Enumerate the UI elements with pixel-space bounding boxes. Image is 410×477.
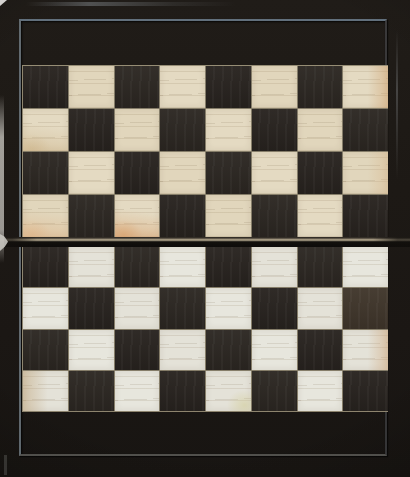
- square-r2c7[interactable]: [298, 109, 343, 151]
- square-r2c1[interactable]: [23, 109, 68, 151]
- square-r1c8[interactable]: [343, 66, 388, 108]
- board-bottom-half: [22, 247, 388, 412]
- square-r4c4[interactable]: [160, 195, 205, 237]
- square-r3c7[interactable]: [298, 152, 343, 194]
- square-r7c1[interactable]: [23, 330, 68, 370]
- square-r8c8[interactable]: [343, 371, 388, 411]
- square-r8c6[interactable]: [252, 371, 297, 411]
- square-r2c5[interactable]: [206, 109, 251, 151]
- square-r7c8[interactable]: [343, 330, 388, 370]
- photo-background-sliver: [0, 0, 7, 6]
- stain-mark: [343, 152, 388, 194]
- square-r1c2[interactable]: [69, 66, 114, 108]
- square-r7c7[interactable]: [298, 330, 343, 370]
- square-r8c2[interactable]: [69, 371, 114, 411]
- square-r2c6[interactable]: [252, 109, 297, 151]
- square-r3c1[interactable]: [23, 152, 68, 194]
- square-r7c3[interactable]: [115, 330, 160, 370]
- square-r7c2[interactable]: [69, 330, 114, 370]
- board-photo: [0, 0, 410, 477]
- square-r7c6[interactable]: [252, 330, 297, 370]
- square-r6c1[interactable]: [23, 288, 68, 328]
- square-r4c5[interactable]: [206, 195, 251, 237]
- square-r8c5[interactable]: [206, 371, 251, 411]
- square-r1c3[interactable]: [115, 66, 160, 108]
- square-r5c1[interactable]: [23, 247, 68, 287]
- square-r3c4[interactable]: [160, 152, 205, 194]
- frame-scuff-mark: [26, 2, 236, 6]
- square-r4c6[interactable]: [252, 195, 297, 237]
- stain-mark: [115, 195, 160, 237]
- square-r6c7[interactable]: [298, 288, 343, 328]
- square-r1c6[interactable]: [252, 66, 297, 108]
- square-r1c1[interactable]: [23, 66, 68, 108]
- square-r5c4[interactable]: [160, 247, 205, 287]
- fold-seam: [0, 237, 410, 247]
- square-r3c3[interactable]: [115, 152, 160, 194]
- square-r4c1[interactable]: [23, 195, 68, 237]
- square-r2c8[interactable]: [343, 109, 388, 151]
- frame-scuff-mark: [4, 455, 7, 475]
- square-r5c6[interactable]: [252, 247, 297, 287]
- square-r5c2[interactable]: [69, 247, 114, 287]
- stain-mark: [343, 66, 388, 108]
- square-r6c5[interactable]: [206, 288, 251, 328]
- square-r7c4[interactable]: [160, 330, 205, 370]
- board-top-half: [22, 65, 388, 237]
- square-r3c2[interactable]: [69, 152, 114, 194]
- stain-mark: [206, 371, 251, 411]
- square-r3c6[interactable]: [252, 152, 297, 194]
- square-r8c4[interactable]: [160, 371, 205, 411]
- square-r5c7[interactable]: [298, 247, 343, 287]
- square-r8c3[interactable]: [115, 371, 160, 411]
- square-r6c2[interactable]: [69, 288, 114, 328]
- square-r4c8[interactable]: [343, 195, 388, 237]
- square-r5c8[interactable]: [343, 247, 388, 287]
- square-r2c4[interactable]: [160, 109, 205, 151]
- square-r8c7[interactable]: [298, 371, 343, 411]
- frame-scuff-mark: [396, 30, 398, 180]
- square-r4c2[interactable]: [69, 195, 114, 237]
- square-r3c8[interactable]: [343, 152, 388, 194]
- square-r6c4[interactable]: [160, 288, 205, 328]
- square-r6c6[interactable]: [252, 288, 297, 328]
- square-r8c1[interactable]: [23, 371, 68, 411]
- stain-mark: [23, 371, 68, 411]
- stain-mark: [343, 330, 388, 370]
- square-r4c7[interactable]: [298, 195, 343, 237]
- square-r4c3[interactable]: [115, 195, 160, 237]
- square-r1c5[interactable]: [206, 66, 251, 108]
- square-r6c3[interactable]: [115, 288, 160, 328]
- square-r1c4[interactable]: [160, 66, 205, 108]
- square-r7c5[interactable]: [206, 330, 251, 370]
- square-r5c5[interactable]: [206, 247, 251, 287]
- square-r3c5[interactable]: [206, 152, 251, 194]
- square-r2c3[interactable]: [115, 109, 160, 151]
- stain-mark: [23, 109, 68, 151]
- square-r2c2[interactable]: [69, 109, 114, 151]
- board-frame: [0, 0, 410, 477]
- stain-mark: [23, 195, 68, 237]
- square-r6c8[interactable]: [343, 288, 388, 328]
- square-r1c7[interactable]: [298, 66, 343, 108]
- square-r5c3[interactable]: [115, 247, 160, 287]
